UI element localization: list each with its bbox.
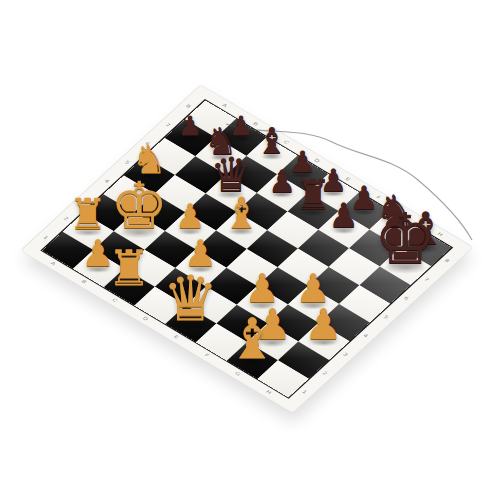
chess-board <box>42 100 451 397</box>
coordinate-label-file-top: C <box>282 139 290 145</box>
coordinate-label-file-top: F <box>375 194 382 200</box>
coordinate-label-rank-left: 2 <box>62 215 69 221</box>
coordinate-label-rank-right: 3 <box>342 351 349 357</box>
coordinate-label-file-bottom: F <box>203 352 210 358</box>
coordinate-label-file-top: E <box>344 176 351 182</box>
coordinate-label-rank-left: 6 <box>144 140 151 146</box>
coordinate-label-file-bottom: G <box>234 370 242 376</box>
chess-set-product-photo: AA11BB22CC33DD44EE55FF66GG77HH88 ♜♟♚♞♜♟♟… <box>0 0 500 500</box>
coordinate-label-rank-left: 1 <box>42 234 49 240</box>
coordinate-label-rank-right: 7 <box>423 276 430 282</box>
coordinate-label-file-top: H <box>436 231 444 237</box>
coordinate-label-file-bottom: C <box>111 297 119 303</box>
coordinate-label-rank-left: 4 <box>103 178 110 184</box>
coordinate-label-file-bottom: H <box>264 389 272 395</box>
coordinate-label-rank-right: 2 <box>321 370 328 376</box>
coordinate-label-rank-right: 4 <box>362 332 369 338</box>
coordinate-label-rank-left: 7 <box>164 121 171 127</box>
coordinate-label-rank-right: 5 <box>382 314 389 320</box>
coordinate-label-file-top: G <box>405 212 413 218</box>
coordinate-label-rank-left: 5 <box>124 159 131 165</box>
coordinate-label-file-bottom: A <box>49 260 57 266</box>
coordinate-label-rank-right: 8 <box>443 257 450 263</box>
coordinate-label-file-bottom: E <box>172 334 179 340</box>
roll-up-chess-mat: AA11BB22CC33DD44EE55FF66GG77HH88 <box>21 85 472 413</box>
coordinate-label-file-bottom: B <box>80 279 88 285</box>
coordinate-label-file-top: A <box>221 102 229 108</box>
coordinate-label-rank-left: 8 <box>185 103 192 109</box>
coordinate-label-rank-right: 1 <box>301 389 308 395</box>
coordinate-label-file-top: D <box>313 157 321 163</box>
coordinate-label-rank-left: 3 <box>83 196 90 202</box>
coordinate-label-file-top: B <box>251 121 259 127</box>
coordinate-label-file-bottom: D <box>141 315 149 321</box>
coordinate-label-rank-right: 6 <box>403 295 410 301</box>
